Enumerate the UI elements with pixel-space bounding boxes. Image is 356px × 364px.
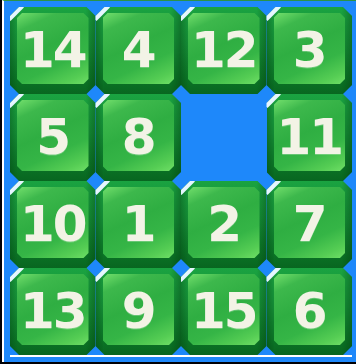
puzzle-tile[interactable]: 10 (10, 181, 96, 268)
puzzle-grid: 14 4 12 3 5 8 11 10 (10, 7, 352, 355)
tile-number: 8 (122, 110, 155, 162)
tile-number: 10 (20, 197, 86, 249)
tile-number: 5 (36, 110, 69, 162)
puzzle-tile[interactable]: 6 (267, 268, 353, 355)
tile-number: 3 (293, 23, 326, 75)
puzzle-tile[interactable]: 14 (10, 7, 96, 94)
puzzle-tile[interactable]: 12 (181, 7, 267, 94)
puzzle-tile[interactable]: 13 (10, 268, 96, 355)
puzzle-board: 14 4 12 3 5 8 11 10 (10, 7, 352, 357)
puzzle-tile[interactable]: 11 (267, 94, 353, 181)
empty-cell (181, 94, 267, 181)
tile-number: 14 (20, 23, 86, 75)
tile-number: 12 (191, 23, 257, 75)
tile-number: 13 (20, 284, 86, 336)
tile-number: 6 (293, 284, 326, 336)
tile-number: 7 (293, 197, 326, 249)
puzzle-tile[interactable]: 7 (267, 181, 353, 268)
tile-number: 11 (276, 110, 342, 162)
puzzle-tile[interactable]: 2 (181, 181, 267, 268)
tile-number: 4 (122, 23, 155, 75)
puzzle-tile[interactable]: 5 (10, 94, 96, 181)
puzzle-tile[interactable]: 1 (96, 181, 182, 268)
tile-number: 9 (122, 284, 155, 336)
puzzle-tile[interactable]: 8 (96, 94, 182, 181)
puzzle-tile[interactable]: 3 (267, 7, 353, 94)
puzzle-tile[interactable]: 4 (96, 7, 182, 94)
tile-number: 2 (207, 197, 240, 249)
puzzle-tile[interactable]: 9 (96, 268, 182, 355)
puzzle-background: 14 4 12 3 5 8 11 10 (2, 0, 356, 362)
tile-number: 1 (122, 197, 155, 249)
puzzle-tile[interactable]: 15 (181, 268, 267, 355)
tile-number: 15 (191, 284, 257, 336)
